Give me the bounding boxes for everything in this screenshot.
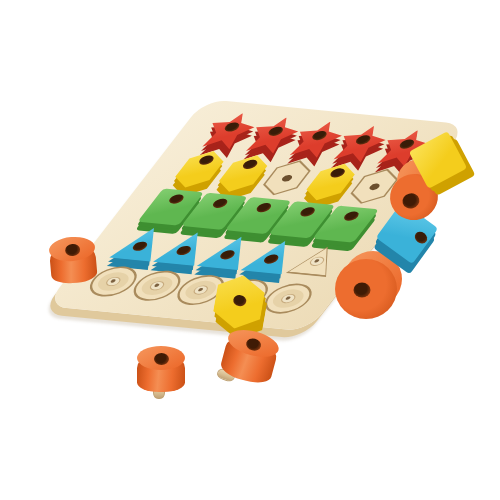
orange-cylinder-bottom-left — [137, 346, 185, 392]
product-photo — [0, 0, 500, 500]
orange-cylinder-on-board-corner — [48, 235, 98, 285]
piece-hole — [154, 353, 169, 365]
piece-orange-cylinder-side — [335, 259, 397, 319]
orange-cylinder-right-side — [335, 259, 397, 319]
yellow-hexagon-on-board — [208, 270, 271, 335]
piece-orange-cylinder — [48, 235, 98, 285]
piece-hole — [354, 283, 371, 298]
piece-orange-cylinder — [137, 346, 185, 392]
piece-yellow-hexagon-flat — [208, 270, 271, 335]
